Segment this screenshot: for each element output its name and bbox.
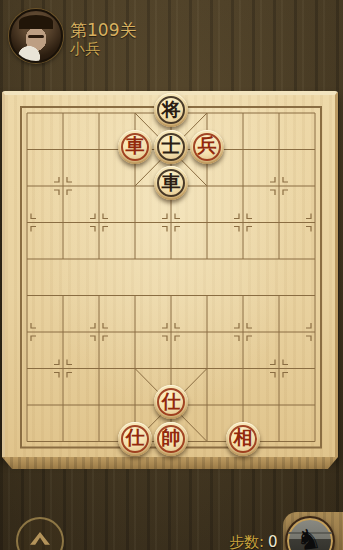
piece-red-soldier[interactable]: 兵 — [190, 130, 224, 164]
avatar-face — [28, 35, 44, 38]
piece-black-chariot[interactable]: 車 — [154, 166, 188, 200]
piece-red-advisor[interactable]: 仕 — [154, 385, 188, 419]
piece-red-chariot[interactable]: 車 — [118, 130, 152, 164]
steps-label: 步数: — [229, 533, 264, 550]
piece-glyph: 車 — [162, 173, 181, 192]
app-screen: 第109关 小兵 将車士兵車仕仕帥相 步数: 0 ♞ — [0, 0, 343, 550]
piece-glyph: 車 — [126, 136, 145, 155]
chevron-up-icon — [30, 532, 50, 548]
piece-glyph: 士 — [162, 136, 181, 155]
piece-glyph: 相 — [234, 428, 253, 447]
piece-black-general[interactable]: 将 — [154, 93, 188, 127]
player-avatar[interactable] — [9, 9, 63, 63]
board-edge — [2, 457, 338, 469]
piece-red-general[interactable]: 帥 — [154, 422, 188, 456]
piece-red-advisor-2[interactable]: 仕 — [118, 422, 152, 456]
level-title: 第109关 — [70, 19, 136, 42]
avatar-hair — [19, 15, 53, 29]
piece-red-elephant[interactable]: 相 — [226, 422, 260, 456]
piece-glyph: 兵 — [198, 136, 217, 155]
menu-toggle-button[interactable] — [16, 517, 64, 550]
piece-glyph: 帥 — [162, 428, 181, 447]
step-counter: 步数: 0 — [229, 533, 278, 550]
piece-glyph: 仕 — [162, 392, 181, 411]
piece-black-advisor[interactable]: 士 — [154, 130, 188, 164]
player-rank: 小兵 — [70, 40, 100, 59]
piece-glyph: 将 — [162, 100, 181, 119]
knight-icon: ♞ — [294, 521, 323, 550]
steps-value: 0 — [268, 533, 278, 550]
piece-glyph: 仕 — [126, 428, 145, 447]
